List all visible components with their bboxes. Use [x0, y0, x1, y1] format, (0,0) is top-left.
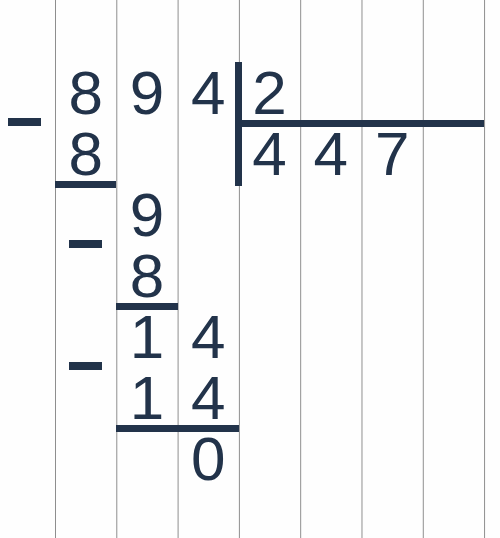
- dividend-hundreds: 8: [55, 62, 116, 123]
- step2-subtrahend: 8: [116, 245, 177, 306]
- minus-sign-step2: [69, 240, 102, 248]
- underline-step3: [116, 425, 239, 432]
- step1-subtrahend: 8: [55, 123, 116, 184]
- underline-step2: [116, 303, 177, 310]
- divisor: 2: [239, 62, 300, 123]
- dividend-units: 4: [178, 62, 239, 123]
- step3-minuend-tens: 1: [116, 306, 177, 367]
- step3-subtrahend-tens: 1: [116, 367, 177, 428]
- minus-sign-step1: [8, 118, 41, 126]
- step2-minuend: 9: [116, 184, 177, 245]
- division-grid: 894244789814140: [0, 1, 500, 538]
- underline-step1: [55, 181, 116, 188]
- division-bracket-horizontal: [239, 120, 484, 127]
- step3-subtrahend-units: 4: [178, 367, 239, 428]
- dividend-tens: 9: [116, 62, 177, 123]
- quotient-hundreds: 4: [239, 123, 300, 184]
- squared-paper-worksheet: 894244789814140: [0, 0, 500, 538]
- final-remainder: 0: [178, 428, 239, 489]
- minus-sign-step3: [69, 362, 102, 370]
- quotient-units: 7: [361, 123, 422, 184]
- quotient-tens: 4: [300, 123, 361, 184]
- step3-minuend-units: 4: [178, 306, 239, 367]
